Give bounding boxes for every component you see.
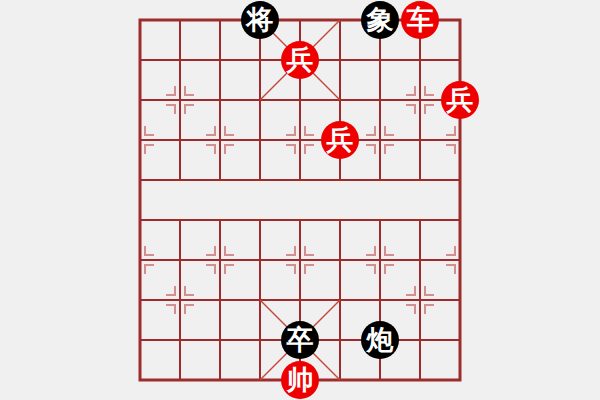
piece-black-general[interactable]: 将 [241,1,279,39]
piece-black-elephant[interactable]: 象 [361,1,399,39]
piece-red-general[interactable]: 帅 [281,361,319,399]
piece-black-cannon[interactable]: 炮 [361,321,399,359]
piece-red-chariot[interactable]: 车 [401,1,439,39]
piece-red-soldier[interactable]: 兵 [281,41,319,79]
xiangqi-board-area: 将象车兵兵兵卒炮帅 [0,0,600,400]
pieces-layer: 将象车兵兵兵卒炮帅 [0,0,600,400]
piece-red-soldier[interactable]: 兵 [321,121,359,159]
piece-red-soldier[interactable]: 兵 [441,81,479,119]
piece-black-soldier[interactable]: 卒 [281,321,319,359]
